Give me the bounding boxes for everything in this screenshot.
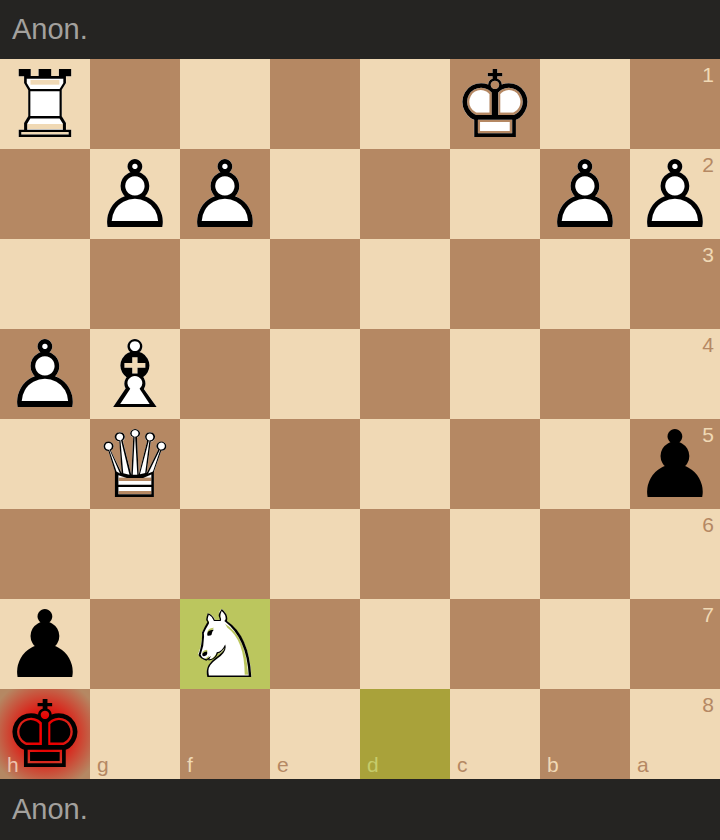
square-a5[interactable]: ♟5 (630, 419, 720, 509)
piece-outline: ♔ (453, 59, 536, 152)
square-a3[interactable]: 3 (630, 239, 720, 329)
piece-white-queen[interactable]: ♛♕ (90, 419, 180, 509)
square-b1[interactable] (540, 59, 630, 149)
rank-label-3: 3 (702, 244, 714, 265)
rank-label-8: 8 (702, 694, 714, 715)
square-c6[interactable] (450, 509, 540, 599)
piece-fill: ♟ (3, 599, 86, 692)
piece-outline: ♙ (183, 149, 266, 242)
square-a8[interactable]: a8 (630, 689, 720, 779)
square-g7[interactable] (90, 599, 180, 689)
square-d1[interactable] (360, 59, 450, 149)
square-c2[interactable] (450, 149, 540, 239)
square-c8[interactable]: c (450, 689, 540, 779)
square-e4[interactable] (270, 329, 360, 419)
square-d8[interactable]: d (360, 689, 450, 779)
square-c3[interactable] (450, 239, 540, 329)
square-f8[interactable]: f (180, 689, 270, 779)
piece-outline: ♕ (93, 419, 176, 512)
piece-white-pawn[interactable]: ♟♙ (540, 149, 630, 239)
piece-fill: ♚ (3, 689, 86, 782)
player-top-name: Anon. (12, 13, 88, 46)
file-label-d: d (367, 754, 379, 775)
piece-outline: ♖ (3, 59, 86, 152)
square-g4[interactable]: ♝♗ (90, 329, 180, 419)
square-b7[interactable] (540, 599, 630, 689)
square-g2[interactable]: ♟♙ (90, 149, 180, 239)
piece-outline: ♙ (543, 149, 626, 242)
file-label-b: b (547, 754, 559, 775)
player-bottom-name: Anon. (12, 793, 88, 826)
piece-white-king[interactable]: ♚♔ (450, 59, 540, 149)
square-e8[interactable]: e (270, 689, 360, 779)
file-label-e: e (277, 754, 289, 775)
file-label-f: f (187, 754, 193, 775)
square-a1[interactable]: 1 (630, 59, 720, 149)
square-a6[interactable]: 6 (630, 509, 720, 599)
piece-outline: ♙ (3, 329, 86, 422)
square-b2[interactable]: ♟♙ (540, 149, 630, 239)
square-f2[interactable]: ♟♙ (180, 149, 270, 239)
piece-white-pawn[interactable]: ♟♙ (180, 149, 270, 239)
chess-app: Anon. ♜♖♚♔1♟♙♟♙♟♙♟♙23♟♙♝♗4♛♕♟56♟♞♘7♚hgfe… (0, 0, 720, 840)
square-d7[interactable] (360, 599, 450, 689)
piece-black-king[interactable]: ♚ (0, 689, 90, 779)
file-label-g: g (97, 754, 109, 775)
square-e6[interactable] (270, 509, 360, 599)
piece-white-pawn[interactable]: ♟♙ (0, 329, 90, 419)
piece-white-pawn[interactable]: ♟♙ (90, 149, 180, 239)
square-d4[interactable] (360, 329, 450, 419)
square-e1[interactable] (270, 59, 360, 149)
piece-white-knight[interactable]: ♞♘ (180, 599, 270, 689)
square-g8[interactable]: g (90, 689, 180, 779)
square-b8[interactable]: b (540, 689, 630, 779)
rank-label-6: 6 (702, 514, 714, 535)
square-a4[interactable]: 4 (630, 329, 720, 419)
piece-black-pawn[interactable]: ♟ (630, 419, 720, 509)
file-label-c: c (457, 754, 468, 775)
square-g3[interactable] (90, 239, 180, 329)
square-e5[interactable] (270, 419, 360, 509)
square-a2[interactable]: ♟♙2 (630, 149, 720, 239)
square-c7[interactable] (450, 599, 540, 689)
piece-white-pawn[interactable]: ♟♙ (630, 149, 720, 239)
square-a7[interactable]: 7 (630, 599, 720, 689)
square-d2[interactable] (360, 149, 450, 239)
rank-label-1: 1 (702, 64, 714, 85)
square-c4[interactable] (450, 329, 540, 419)
square-c1[interactable]: ♚♔ (450, 59, 540, 149)
piece-fill: ♟ (633, 419, 716, 512)
square-h8[interactable]: ♚h (0, 689, 90, 779)
square-h3[interactable] (0, 239, 90, 329)
square-h7[interactable]: ♟ (0, 599, 90, 689)
square-c5[interactable] (450, 419, 540, 509)
piece-outline: ♙ (633, 149, 716, 242)
square-b6[interactable] (540, 509, 630, 599)
board: ♜♖♚♔1♟♙♟♙♟♙♟♙23♟♙♝♗4♛♕♟56♟♞♘7♚hgfedcba8 (0, 59, 720, 779)
square-d3[interactable] (360, 239, 450, 329)
square-e3[interactable] (270, 239, 360, 329)
square-h6[interactable] (0, 509, 90, 599)
square-b4[interactable] (540, 329, 630, 419)
square-f6[interactable] (180, 509, 270, 599)
square-f5[interactable] (180, 419, 270, 509)
square-h5[interactable] (0, 419, 90, 509)
piece-outline: ♗ (93, 329, 176, 422)
square-b3[interactable] (540, 239, 630, 329)
square-f7[interactable]: ♞♘ (180, 599, 270, 689)
square-g6[interactable] (90, 509, 180, 599)
square-e2[interactable] (270, 149, 360, 239)
square-g1[interactable] (90, 59, 180, 149)
piece-outline: ♙ (93, 149, 176, 242)
square-f4[interactable] (180, 329, 270, 419)
piece-white-bishop[interactable]: ♝♗ (90, 329, 180, 419)
square-b5[interactable] (540, 419, 630, 509)
piece-white-rook[interactable]: ♜♖ (0, 59, 90, 149)
square-f1[interactable] (180, 59, 270, 149)
square-h2[interactable] (0, 149, 90, 239)
square-g5[interactable]: ♛♕ (90, 419, 180, 509)
file-label-a: a (637, 754, 649, 775)
piece-outline: ♘ (183, 599, 266, 692)
rank-label-4: 4 (702, 334, 714, 355)
square-h4[interactable]: ♟♙ (0, 329, 90, 419)
square-h1[interactable]: ♜♖ (0, 59, 90, 149)
player-bottom: Anon. (0, 779, 720, 840)
square-d5[interactable] (360, 419, 450, 509)
square-e7[interactable] (270, 599, 360, 689)
square-f3[interactable] (180, 239, 270, 329)
player-top: Anon. (0, 0, 720, 59)
rank-label-7: 7 (702, 604, 714, 625)
square-d6[interactable] (360, 509, 450, 599)
piece-black-pawn[interactable]: ♟ (0, 599, 90, 689)
